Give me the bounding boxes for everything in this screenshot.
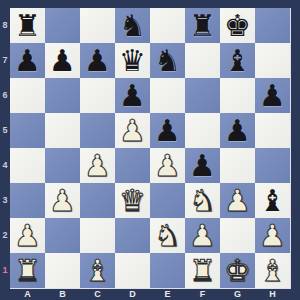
square-g2[interactable] (220, 218, 255, 253)
piece-white-pawn: ♟ (150, 148, 185, 183)
chess-diagram: 87654321 ♜♞♜♚♟♟♟♛♞♝♟♟♟♟♟♟♟♟♟♛♞♟♝♟♞♟♟♜♝♜♚… (0, 0, 300, 300)
piece-white-bishop: ♝ (255, 253, 290, 288)
square-a3[interactable] (10, 183, 45, 218)
square-c6[interactable] (80, 78, 115, 113)
square-h6[interactable]: ♟ (255, 78, 290, 113)
file-label-c: C (80, 289, 115, 300)
square-g4[interactable] (220, 148, 255, 183)
square-c7[interactable]: ♟ (80, 43, 115, 78)
square-d5[interactable]: ♟ (115, 113, 150, 148)
square-g6[interactable] (220, 78, 255, 113)
square-h2[interactable]: ♟ (255, 218, 290, 253)
square-f5[interactable] (185, 113, 220, 148)
piece-white-knight: ♞ (185, 183, 220, 218)
file-label-a: A (10, 289, 45, 300)
piece-black-knight: ♞ (115, 8, 150, 43)
square-d8[interactable]: ♞ (115, 8, 150, 43)
square-b3[interactable]: ♟ (45, 183, 80, 218)
square-h7[interactable] (255, 43, 290, 78)
piece-black-queen: ♛ (115, 43, 150, 78)
square-g3[interactable]: ♟ (220, 183, 255, 218)
piece-white-queen: ♛ (115, 183, 150, 218)
piece-white-bishop: ♝ (80, 253, 115, 288)
square-h3[interactable]: ♝ (255, 183, 290, 218)
piece-white-knight: ♞ (150, 218, 185, 253)
square-f7[interactable] (185, 43, 220, 78)
file-label-b: B (45, 289, 80, 300)
piece-white-pawn: ♟ (10, 218, 45, 253)
square-d1[interactable] (115, 253, 150, 288)
square-c8[interactable] (80, 8, 115, 43)
square-d7[interactable]: ♛ (115, 43, 150, 78)
square-e1[interactable] (150, 253, 185, 288)
square-b4[interactable] (45, 148, 80, 183)
piece-black-knight: ♞ (150, 43, 185, 78)
file-label-row: ABCDEFGH (10, 289, 290, 300)
square-c1[interactable]: ♝ (80, 253, 115, 288)
square-e4[interactable]: ♟ (150, 148, 185, 183)
square-b6[interactable] (45, 78, 80, 113)
piece-white-king: ♚ (220, 253, 255, 288)
square-e5[interactable]: ♟ (150, 113, 185, 148)
square-h4[interactable] (255, 148, 290, 183)
square-f4[interactable]: ♟ (185, 148, 220, 183)
square-h1[interactable]: ♝ (255, 253, 290, 288)
rank-label-2: 2 (0, 218, 10, 253)
piece-black-pawn: ♟ (10, 43, 45, 78)
square-d6[interactable]: ♟ (115, 78, 150, 113)
square-b5[interactable] (45, 113, 80, 148)
rank-label-6: 6 (0, 78, 10, 113)
square-f6[interactable] (185, 78, 220, 113)
piece-black-pawn: ♟ (115, 78, 150, 113)
piece-black-pawn: ♟ (185, 148, 220, 183)
rank-label-8: 8 (0, 8, 10, 43)
rank-label-3: 3 (0, 183, 10, 218)
square-e3[interactable] (150, 183, 185, 218)
square-f1[interactable]: ♜ (185, 253, 220, 288)
rank-label-column: 87654321 (0, 8, 10, 288)
piece-black-pawn: ♟ (45, 43, 80, 78)
rank-label-4: 4 (0, 148, 10, 183)
square-a2[interactable]: ♟ (10, 218, 45, 253)
square-a1[interactable]: ♜ (10, 253, 45, 288)
square-g8[interactable]: ♚ (220, 8, 255, 43)
square-e8[interactable] (150, 8, 185, 43)
rank-label-1: 1 (0, 253, 10, 288)
chess-board: ♜♞♜♚♟♟♟♛♞♝♟♟♟♟♟♟♟♟♟♛♞♟♝♟♞♟♟♜♝♜♚♝ (10, 8, 291, 289)
rank-label-7: 7 (0, 43, 10, 78)
piece-black-pawn: ♟ (220, 113, 255, 148)
square-c5[interactable] (80, 113, 115, 148)
square-c2[interactable] (80, 218, 115, 253)
square-a4[interactable] (10, 148, 45, 183)
piece-white-pawn: ♟ (185, 218, 220, 253)
file-label-h: H (255, 289, 290, 300)
square-g7[interactable]: ♝ (220, 43, 255, 78)
square-a5[interactable] (10, 113, 45, 148)
piece-black-pawn: ♟ (80, 43, 115, 78)
square-c3[interactable] (80, 183, 115, 218)
piece-white-pawn: ♟ (115, 113, 150, 148)
square-g5[interactable]: ♟ (220, 113, 255, 148)
rank-label-5: 5 (0, 113, 10, 148)
piece-black-king: ♚ (220, 8, 255, 43)
piece-white-pawn: ♟ (220, 183, 255, 218)
file-label-e: E (150, 289, 185, 300)
square-a7[interactable]: ♟ (10, 43, 45, 78)
square-h8[interactable] (255, 8, 290, 43)
square-e6[interactable] (150, 78, 185, 113)
piece-white-rook: ♜ (185, 253, 220, 288)
square-b8[interactable] (45, 8, 80, 43)
square-e7[interactable]: ♞ (150, 43, 185, 78)
square-d2[interactable] (115, 218, 150, 253)
square-b7[interactable]: ♟ (45, 43, 80, 78)
file-label-g: G (220, 289, 255, 300)
square-d4[interactable] (115, 148, 150, 183)
piece-black-rook: ♜ (185, 8, 220, 43)
file-label-f: F (185, 289, 220, 300)
square-c4[interactable]: ♟ (80, 148, 115, 183)
square-a6[interactable] (10, 78, 45, 113)
square-b1[interactable] (45, 253, 80, 288)
piece-black-pawn: ♟ (255, 78, 290, 113)
square-f3[interactable]: ♞ (185, 183, 220, 218)
piece-white-pawn: ♟ (255, 218, 290, 253)
square-f8[interactable]: ♜ (185, 8, 220, 43)
square-g1[interactable]: ♚ (220, 253, 255, 288)
square-e2[interactable]: ♞ (150, 218, 185, 253)
piece-black-bishop: ♝ (220, 43, 255, 78)
square-d3[interactable]: ♛ (115, 183, 150, 218)
piece-white-rook: ♜ (10, 253, 45, 288)
square-f2[interactable]: ♟ (185, 218, 220, 253)
square-b2[interactable] (45, 218, 80, 253)
piece-white-pawn: ♟ (80, 148, 115, 183)
piece-black-rook: ♜ (10, 8, 45, 43)
piece-black-bishop: ♝ (255, 183, 290, 218)
file-label-d: D (115, 289, 150, 300)
square-h5[interactable] (255, 113, 290, 148)
square-a8[interactable]: ♜ (10, 8, 45, 43)
piece-white-pawn: ♟ (45, 183, 80, 218)
piece-black-pawn: ♟ (150, 113, 185, 148)
